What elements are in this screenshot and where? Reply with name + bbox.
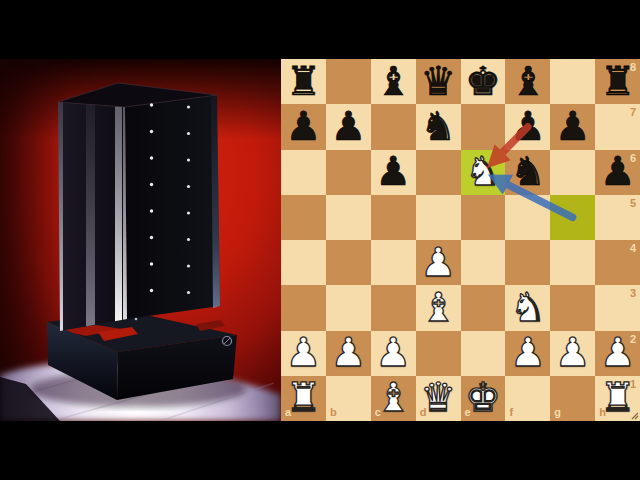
square-f1[interactable]: f	[505, 376, 550, 421]
rank-label-7: 7	[630, 107, 636, 118]
square-g8[interactable]	[550, 59, 595, 104]
square-c6[interactable]: ♟	[371, 150, 416, 195]
square-c4[interactable]	[371, 240, 416, 285]
square-b2[interactable]: ♟	[326, 331, 371, 376]
square-h8[interactable]: ♜8	[595, 59, 640, 104]
square-f3[interactable]: ♞	[505, 285, 550, 330]
piece-black-pawn[interactable]: ♟	[286, 106, 322, 146]
file-label-f: f	[509, 407, 513, 418]
square-e8[interactable]: ♚	[461, 59, 506, 104]
square-f4[interactable]	[505, 240, 550, 285]
rank-label-2: 2	[630, 334, 636, 345]
file-label-g: g	[554, 407, 561, 418]
piece-black-knight[interactable]: ♞	[420, 106, 456, 146]
piece-black-knight[interactable]: ♞	[510, 151, 546, 191]
file-label-d: d	[420, 407, 427, 418]
square-d1[interactable]: ♛d	[416, 376, 461, 421]
square-a6[interactable]	[281, 150, 326, 195]
square-h6[interactable]: ♟6	[595, 150, 640, 195]
square-c2[interactable]: ♟	[371, 331, 416, 376]
board-squares: ♜♝♛♚♝♜8♟♟♞♟♟7♟♞♞♟65♟4♝♞3♟♟♟♟♟♟2♜ab♝c♛d♚e…	[281, 59, 640, 421]
rank-label-4: 4	[630, 243, 636, 254]
square-h4[interactable]: 4	[595, 240, 640, 285]
square-a1[interactable]: ♜a	[281, 376, 326, 421]
square-d2[interactable]	[416, 331, 461, 376]
square-b7[interactable]: ♟	[326, 104, 371, 149]
square-f7[interactable]: ♟	[505, 104, 550, 149]
square-a3[interactable]	[281, 285, 326, 330]
square-g6[interactable]	[550, 150, 595, 195]
piece-white-pawn[interactable]: ♟	[420, 242, 456, 282]
square-b5[interactable]	[326, 195, 371, 240]
file-label-c: c	[375, 407, 381, 418]
rank-label-5: 5	[630, 198, 636, 209]
square-e3[interactable]	[461, 285, 506, 330]
piece-white-knight[interactable]: ♞	[510, 287, 546, 327]
square-b3[interactable]	[326, 285, 371, 330]
square-f6[interactable]: ♞	[505, 150, 550, 195]
square-d6[interactable]	[416, 150, 461, 195]
piece-black-pawn[interactable]: ♟	[555, 106, 591, 146]
file-label-b: b	[330, 407, 337, 418]
square-a4[interactable]	[281, 240, 326, 285]
piece-white-pawn[interactable]: ♟	[330, 332, 366, 372]
square-c8[interactable]: ♝	[371, 59, 416, 104]
square-g2[interactable]: ♟	[550, 331, 595, 376]
piece-black-queen[interactable]: ♛	[420, 61, 456, 101]
file-label-e: e	[465, 407, 471, 418]
square-b8[interactable]	[326, 59, 371, 104]
piece-black-bishop[interactable]: ♝	[375, 61, 411, 101]
piece-white-pawn[interactable]: ♟	[555, 332, 591, 372]
piece-black-pawn[interactable]: ♟	[330, 106, 366, 146]
square-a8[interactable]: ♜	[281, 59, 326, 104]
chess-board: ♜♝♛♚♝♜8♟♟♞♟♟7♟♞♞♟65♟4♝♞3♟♟♟♟♟♟2♜ab♝c♛d♚e…	[281, 59, 640, 421]
deep-blue-illustration	[0, 59, 281, 421]
square-a7[interactable]: ♟	[281, 104, 326, 149]
file-label-a: a	[285, 407, 291, 418]
square-b4[interactable]	[326, 240, 371, 285]
square-a2[interactable]: ♟	[281, 331, 326, 376]
square-a5[interactable]	[281, 195, 326, 240]
deep-blue-photo	[0, 59, 281, 421]
square-b6[interactable]	[326, 150, 371, 195]
square-c1[interactable]: ♝c	[371, 376, 416, 421]
square-d8[interactable]: ♛	[416, 59, 461, 104]
video-frame: ♜♝♛♚♝♜8♟♟♞♟♟7♟♞♞♟65♟4♝♞3♟♟♟♟♟♟2♜ab♝c♛d♚e…	[0, 0, 640, 480]
square-d3[interactable]: ♝	[416, 285, 461, 330]
rank-label-6: 6	[630, 153, 636, 164]
board-resize-handle[interactable]	[629, 410, 639, 420]
piece-black-king[interactable]: ♚	[465, 61, 501, 101]
piece-white-bishop[interactable]: ♝	[420, 287, 456, 327]
piece-white-pawn[interactable]: ♟	[286, 332, 322, 372]
square-c3[interactable]	[371, 285, 416, 330]
square-f2[interactable]: ♟	[505, 331, 550, 376]
square-f5[interactable]	[505, 195, 550, 240]
square-e7[interactable]	[461, 104, 506, 149]
file-label-h: h	[599, 407, 606, 418]
square-e2[interactable]	[461, 331, 506, 376]
piece-white-knight[interactable]: ♞	[465, 151, 501, 191]
square-d5[interactable]	[416, 195, 461, 240]
rank-label-1: 1	[630, 379, 636, 390]
square-g3[interactable]	[550, 285, 595, 330]
piece-black-pawn[interactable]: ♟	[510, 106, 546, 146]
square-h2[interactable]: ♟2	[595, 331, 640, 376]
square-e5[interactable]	[461, 195, 506, 240]
square-h7[interactable]: 7	[595, 104, 640, 149]
square-h3[interactable]: 3	[595, 285, 640, 330]
square-g1[interactable]: g	[550, 376, 595, 421]
square-d4[interactable]: ♟	[416, 240, 461, 285]
computer-tower	[56, 83, 220, 334]
square-g7[interactable]: ♟	[550, 104, 595, 149]
square-c7[interactable]	[371, 104, 416, 149]
piece-white-pawn[interactable]: ♟	[510, 332, 546, 372]
piece-white-pawn[interactable]: ♟	[375, 332, 411, 372]
square-h5[interactable]: 5	[595, 195, 640, 240]
square-b1[interactable]: b	[326, 376, 371, 421]
square-g5[interactable]	[550, 195, 595, 240]
piece-black-pawn[interactable]: ♟	[375, 151, 411, 191]
square-e4[interactable]	[461, 240, 506, 285]
rank-label-3: 3	[630, 288, 636, 299]
piece-black-rook[interactable]: ♜	[286, 61, 322, 101]
square-e6[interactable]: ♞	[461, 150, 506, 195]
rank-label-8: 8	[630, 62, 636, 73]
square-e1[interactable]: ♚e	[461, 376, 506, 421]
square-d7[interactable]: ♞	[416, 104, 461, 149]
square-f8[interactable]: ♝	[505, 59, 550, 104]
square-g4[interactable]	[550, 240, 595, 285]
square-c5[interactable]	[371, 195, 416, 240]
piece-black-bishop[interactable]: ♝	[510, 61, 546, 101]
